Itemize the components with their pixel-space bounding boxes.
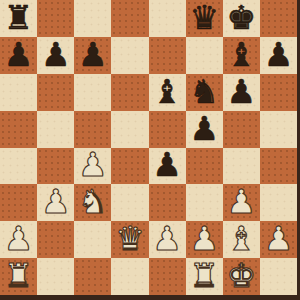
square-b8[interactable] bbox=[37, 0, 74, 37]
piece-black-pawn: ♟ bbox=[152, 148, 182, 181]
piece-white-pawn: ♟ bbox=[41, 185, 71, 218]
piece-white-bishop: ♝ bbox=[227, 222, 257, 255]
piece-white-rook: ♜ bbox=[4, 259, 34, 292]
piece-black-bishop: ♝ bbox=[227, 38, 257, 71]
piece-white-rook: ♜ bbox=[189, 259, 219, 292]
square-a1[interactable]: ♜ bbox=[0, 258, 37, 295]
square-g6[interactable]: ♟ bbox=[223, 74, 260, 111]
square-d4[interactable] bbox=[111, 148, 148, 185]
piece-black-pawn: ♟ bbox=[41, 38, 71, 71]
square-c8[interactable] bbox=[74, 0, 111, 37]
square-g3[interactable]: ♟ bbox=[223, 184, 260, 221]
square-h4[interactable] bbox=[260, 148, 297, 185]
square-d6[interactable] bbox=[111, 74, 148, 111]
square-c1[interactable] bbox=[74, 258, 111, 295]
square-d1[interactable] bbox=[111, 258, 148, 295]
piece-black-pawn: ♟ bbox=[4, 38, 34, 71]
square-c4[interactable]: ♟ bbox=[74, 148, 111, 185]
piece-white-pawn: ♟ bbox=[4, 222, 34, 255]
square-e7[interactable] bbox=[149, 37, 186, 74]
square-e4[interactable]: ♟ bbox=[149, 148, 186, 185]
square-h2[interactable]: ♟ bbox=[260, 221, 297, 258]
square-e8[interactable] bbox=[149, 0, 186, 37]
piece-black-bishop: ♝ bbox=[152, 75, 182, 108]
square-f2[interactable]: ♟ bbox=[186, 221, 223, 258]
chess-board-frame: ♜♛♚♟♟♟♝♟♝♞♟♟♟♟♟♞♟♟♛♟♟♝♟♜♜♚ bbox=[0, 0, 300, 300]
square-b3[interactable]: ♟ bbox=[37, 184, 74, 221]
square-b1[interactable] bbox=[37, 258, 74, 295]
square-c5[interactable] bbox=[74, 111, 111, 148]
square-d8[interactable] bbox=[111, 0, 148, 37]
piece-black-pawn: ♟ bbox=[78, 38, 108, 71]
square-a3[interactable] bbox=[0, 184, 37, 221]
square-a7[interactable]: ♟ bbox=[0, 37, 37, 74]
square-g4[interactable] bbox=[223, 148, 260, 185]
square-g1[interactable]: ♚ bbox=[223, 258, 260, 295]
piece-white-pawn: ♟ bbox=[78, 148, 108, 181]
square-f8[interactable]: ♛ bbox=[186, 0, 223, 37]
square-d3[interactable] bbox=[111, 184, 148, 221]
chess-board: ♜♛♚♟♟♟♝♟♝♞♟♟♟♟♟♞♟♟♛♟♟♝♟♜♜♚ bbox=[0, 0, 297, 295]
piece-black-queen: ♛ bbox=[189, 1, 219, 34]
square-h5[interactable] bbox=[260, 111, 297, 148]
piece-black-knight: ♞ bbox=[189, 75, 219, 108]
square-e1[interactable] bbox=[149, 258, 186, 295]
square-h6[interactable] bbox=[260, 74, 297, 111]
square-g7[interactable]: ♝ bbox=[223, 37, 260, 74]
square-h8[interactable] bbox=[260, 0, 297, 37]
piece-white-queen: ♛ bbox=[115, 222, 145, 255]
square-h7[interactable]: ♟ bbox=[260, 37, 297, 74]
square-e2[interactable]: ♟ bbox=[149, 221, 186, 258]
square-f6[interactable]: ♞ bbox=[186, 74, 223, 111]
piece-white-king: ♚ bbox=[227, 259, 257, 292]
piece-black-king: ♚ bbox=[227, 1, 257, 34]
piece-black-rook: ♜ bbox=[4, 1, 34, 34]
square-a8[interactable]: ♜ bbox=[0, 0, 37, 37]
square-b7[interactable]: ♟ bbox=[37, 37, 74, 74]
square-e5[interactable] bbox=[149, 111, 186, 148]
square-g2[interactable]: ♝ bbox=[223, 221, 260, 258]
piece-black-pawn: ♟ bbox=[227, 75, 257, 108]
piece-black-pawn: ♟ bbox=[189, 112, 219, 145]
square-g8[interactable]: ♚ bbox=[223, 0, 260, 37]
square-b5[interactable] bbox=[37, 111, 74, 148]
square-b2[interactable] bbox=[37, 221, 74, 258]
square-b4[interactable] bbox=[37, 148, 74, 185]
piece-white-pawn: ♟ bbox=[264, 222, 294, 255]
square-a4[interactable] bbox=[0, 148, 37, 185]
square-c7[interactable]: ♟ bbox=[74, 37, 111, 74]
square-b6[interactable] bbox=[37, 74, 74, 111]
piece-white-pawn: ♟ bbox=[189, 222, 219, 255]
piece-white-knight: ♞ bbox=[78, 185, 108, 218]
piece-black-pawn: ♟ bbox=[264, 38, 294, 71]
square-f1[interactable]: ♜ bbox=[186, 258, 223, 295]
square-d5[interactable] bbox=[111, 111, 148, 148]
square-d7[interactable] bbox=[111, 37, 148, 74]
square-h3[interactable] bbox=[260, 184, 297, 221]
square-d2[interactable]: ♛ bbox=[111, 221, 148, 258]
square-e6[interactable]: ♝ bbox=[149, 74, 186, 111]
square-c6[interactable] bbox=[74, 74, 111, 111]
square-e3[interactable] bbox=[149, 184, 186, 221]
square-c3[interactable]: ♞ bbox=[74, 184, 111, 221]
square-a6[interactable] bbox=[0, 74, 37, 111]
square-c2[interactable] bbox=[74, 221, 111, 258]
square-f3[interactable] bbox=[186, 184, 223, 221]
square-a5[interactable] bbox=[0, 111, 37, 148]
piece-white-pawn: ♟ bbox=[152, 222, 182, 255]
square-g5[interactable] bbox=[223, 111, 260, 148]
square-a2[interactable]: ♟ bbox=[0, 221, 37, 258]
square-f7[interactable] bbox=[186, 37, 223, 74]
square-f4[interactable] bbox=[186, 148, 223, 185]
piece-white-pawn: ♟ bbox=[227, 185, 257, 218]
square-f5[interactable]: ♟ bbox=[186, 111, 223, 148]
square-h1[interactable] bbox=[260, 258, 297, 295]
